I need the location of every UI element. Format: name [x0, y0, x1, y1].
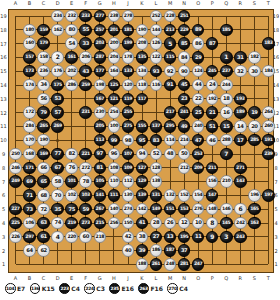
row-label-left: 10	[0, 137, 7, 143]
stone-G6: 141	[94, 189, 107, 202]
row-label-right: 19	[273, 13, 280, 19]
column-label-bottom: Q	[222, 275, 230, 281]
stone-N11: 49	[178, 120, 191, 133]
stone-C2: 62	[37, 244, 50, 257]
stone-R10: 17	[234, 134, 247, 147]
stone-Q12: 16	[220, 106, 233, 119]
stone-A4: 225	[9, 217, 22, 230]
stone-C18: 159	[37, 24, 50, 37]
caption-move-coordinate: E7	[17, 285, 25, 292]
row-label-left: 16	[0, 54, 7, 60]
stone-N6: 152	[178, 189, 191, 202]
stone-F3: 60	[79, 231, 92, 244]
stone-J7: 112	[122, 175, 135, 188]
caption-move-coordinate: E16	[121, 285, 133, 292]
stone-M11: 295	[164, 120, 177, 133]
stone-S15: 30	[248, 65, 261, 78]
stone-L1: 261	[150, 258, 163, 271]
stone-R13: 193	[234, 93, 247, 106]
column-label-top: C	[40, 0, 48, 6]
stone-G18: 257	[94, 24, 107, 37]
stone-A7: 249	[9, 175, 22, 188]
stone-A9: 250	[9, 148, 22, 161]
stone-B14: 174	[23, 79, 36, 92]
column-label-top: R	[236, 0, 244, 6]
stone-K1: 188	[136, 258, 149, 271]
stone-L2: 186	[150, 244, 163, 257]
caption-move-coordinate: C4	[179, 285, 188, 292]
stone-B8: 171	[23, 162, 36, 175]
caption-move: 136K15	[30, 283, 58, 294]
stone-H11: 100	[108, 120, 121, 133]
stone-G3: 218	[94, 231, 107, 244]
stone-M12: 217	[164, 106, 177, 119]
stone-S11: 20	[248, 120, 261, 133]
stone-C9: 169	[37, 148, 50, 161]
stone-G8: 81	[94, 162, 107, 175]
stone-Q18: 185	[220, 24, 233, 37]
stone-J6: 130	[122, 189, 135, 202]
stone-O6: 154	[192, 189, 205, 202]
row-label-left: 4	[0, 220, 7, 226]
column-label-top: B	[26, 0, 34, 6]
row-label-right: 3	[273, 234, 280, 240]
stone-Q16: 1	[220, 51, 233, 64]
stone-T17: 183	[262, 37, 275, 50]
stone-D6: 70	[51, 189, 64, 202]
stone-S4: 163	[248, 217, 261, 230]
stone-Q14: 244	[220, 79, 233, 92]
column-label-bottom: L	[152, 275, 160, 281]
row-label-left: 1	[0, 261, 7, 267]
stone-Q4: 145	[220, 217, 233, 230]
stone-D8: 67	[51, 162, 64, 175]
caption-move-number: 270	[167, 283, 178, 294]
column-label-top: J	[124, 0, 132, 6]
stone-C7: 65	[37, 175, 50, 188]
stone-H18: 201	[108, 24, 121, 37]
stone-H13: 121	[108, 93, 121, 106]
stone-Q3: 3	[220, 231, 233, 244]
stone-B2: 64	[23, 244, 36, 257]
row-label-right: 16	[273, 54, 280, 60]
stone-R7: 143	[234, 175, 247, 188]
stone-C17: 179	[37, 37, 50, 50]
stone-G16: 287	[94, 51, 107, 64]
stone-R8: 271	[234, 162, 247, 175]
stone-B17: 160	[23, 37, 36, 50]
stone-N1: 281	[178, 258, 191, 271]
stone-S16: 182	[248, 51, 261, 64]
stone-D18: 162	[51, 24, 64, 37]
column-label-top: K	[138, 0, 146, 6]
column-label-bottom: N	[180, 275, 188, 281]
column-label-top: M	[166, 0, 174, 6]
column-label-top: L	[152, 0, 160, 6]
stone-F17: 33	[79, 37, 92, 50]
column-label-top: O	[194, 0, 202, 6]
row-label-left: 15	[0, 68, 7, 74]
stone-T10: 191	[262, 134, 275, 147]
column-label-bottom: M	[166, 275, 174, 281]
stone-M16: 115	[164, 51, 177, 64]
stone-K17: 208	[136, 37, 149, 50]
stone-R12: 189	[234, 106, 247, 119]
caption-move-coordinate: C3	[96, 285, 105, 292]
row-label-left: 7	[0, 179, 7, 185]
stone-R5: 6	[234, 203, 247, 216]
column-label-bottom: E	[68, 275, 76, 281]
stone-H7: 110	[108, 175, 121, 188]
stone-F16: 206	[79, 51, 92, 64]
column-label-bottom: C	[40, 275, 48, 281]
row-label-left: 6	[0, 192, 7, 198]
caption-move-number: 104	[5, 283, 16, 294]
stone-H8: 108	[108, 162, 121, 175]
column-label-top: T	[264, 0, 272, 6]
row-label-left: 11	[0, 123, 7, 129]
stone-D16: 2	[51, 51, 64, 64]
row-label-right: 13	[273, 96, 280, 102]
stone-B9: 168	[23, 148, 36, 161]
caption-move: 263F16	[138, 283, 165, 294]
stone-G11: 205	[94, 120, 107, 133]
row-label-right: 18	[273, 27, 280, 33]
stone-S5: 165	[248, 203, 261, 216]
column-label-bottom: H	[110, 275, 118, 281]
caption-move-coordinate: F16	[150, 285, 162, 292]
stone-F7: 78	[79, 175, 92, 188]
stone-A8: 246	[9, 162, 22, 175]
stone-Q9: 7	[220, 148, 233, 161]
row-label-left: 9	[0, 151, 7, 157]
caption-move-coordinate: C4	[71, 285, 80, 292]
stone-D9: 77	[51, 148, 64, 161]
stone-S10: 285	[248, 134, 261, 147]
stone-F6: 103	[79, 189, 92, 202]
stone-L16: 122	[150, 51, 163, 64]
caption-move-number: 235	[109, 283, 120, 294]
column-label-bottom: S	[250, 275, 258, 281]
column-label-bottom: K	[138, 275, 146, 281]
stone-B4: 106	[23, 217, 36, 230]
stone-B12: 172	[23, 106, 36, 119]
row-label-left: 14	[0, 82, 7, 88]
stone-C4: 63	[37, 217, 50, 230]
caption: 104E7136K15223C4224C3235E16263F16270C4	[5, 283, 277, 294]
stone-G12: 230	[94, 106, 107, 119]
column-label-top: S	[250, 0, 258, 6]
stone-H16: 204	[108, 51, 121, 64]
stone-E17: 54	[65, 37, 78, 50]
stone-O16: 29	[192, 51, 205, 64]
stone-B7: 69	[23, 175, 36, 188]
stone-R3: 243	[234, 231, 247, 244]
stone-H17: 200	[108, 37, 121, 50]
stone-R4: 242	[234, 217, 247, 230]
stone-J2: 40	[122, 244, 135, 257]
stone-K16: 135	[136, 51, 149, 64]
column-label-top: N	[180, 0, 188, 6]
caption-move: 224C3	[84, 283, 107, 294]
column-label-top: G	[96, 0, 104, 6]
stone-G13: 167	[94, 93, 107, 106]
stone-S12: 19	[248, 106, 261, 119]
stone-L6: 131	[150, 189, 163, 202]
stone-C12: 79	[37, 106, 50, 119]
stone-D11: 269	[51, 120, 64, 133]
stone-P6: 147	[206, 189, 219, 202]
caption-move: 223C4	[59, 283, 82, 294]
stone-L11: 137	[150, 120, 163, 133]
column-label-bottom: P	[208, 275, 216, 281]
stone-R15: 32	[234, 65, 247, 78]
stone-D12: 57	[51, 106, 64, 119]
row-label-left: 17	[0, 41, 7, 47]
stone-L7: 138	[150, 175, 163, 188]
row-label-left: 2	[0, 248, 7, 254]
column-label-top: H	[110, 0, 118, 6]
stone-T6: 197	[262, 189, 275, 202]
stone-J11: 275	[122, 120, 135, 133]
stone-R11: 14	[234, 120, 247, 133]
row-label-right: 4	[273, 220, 280, 226]
stone-C13: 56	[37, 93, 50, 106]
stone-D7: 58	[51, 175, 64, 188]
row-label-left: 19	[0, 13, 7, 19]
row-label-left: 18	[0, 27, 7, 33]
caption-move-number: 136	[30, 283, 41, 294]
column-label-bottom: F	[82, 275, 90, 281]
column-label-bottom: G	[96, 275, 104, 281]
column-label-bottom: B	[26, 275, 34, 281]
column-label-bottom: R	[236, 275, 244, 281]
stone-B16: 157	[23, 51, 36, 64]
row-label-right: 1	[273, 261, 280, 267]
stone-D19: 234	[51, 10, 64, 23]
stone-C6: 68	[37, 189, 50, 202]
stone-M1: 248	[164, 258, 177, 271]
stone-K2: 39	[136, 244, 149, 257]
stone-O1: 247	[192, 258, 205, 271]
row-label-right: 8	[273, 165, 280, 171]
row-label-left: 5	[0, 206, 7, 212]
column-label-bottom: A	[12, 275, 20, 281]
row-label-right: 5	[273, 206, 280, 212]
row-label-right: 2	[273, 248, 280, 254]
stone-G7: 105	[94, 175, 107, 188]
stone-K11: 155	[136, 120, 149, 133]
stone-T9: 239	[262, 148, 275, 161]
stone-C3: 61	[37, 231, 50, 244]
stone-O11: 240	[192, 120, 205, 133]
star-point	[56, 139, 59, 142]
caption-move: 270C4	[167, 283, 190, 294]
stone-J17: 199	[122, 37, 135, 50]
row-label-right: 14	[273, 82, 280, 88]
stone-J16: 178	[122, 51, 135, 64]
stone-M2: 187	[164, 244, 177, 257]
stone-F8: 272	[79, 162, 92, 175]
column-label-top: A	[12, 0, 20, 6]
stone-B18: 180	[23, 24, 36, 37]
stone-D14: 175	[51, 79, 64, 92]
stone-D13: 53	[51, 93, 64, 106]
stone-Q10: 288	[220, 134, 233, 147]
stone-F18: 55	[79, 24, 92, 37]
stone-F12: 231	[79, 106, 92, 119]
stone-K7: 129	[136, 175, 149, 188]
row-label-left: 8	[0, 165, 7, 171]
stone-S6: 196	[248, 189, 261, 202]
stone-B11: 284	[23, 120, 36, 133]
stone-Q5: 146	[220, 203, 233, 216]
stone-R16: 31	[234, 51, 247, 64]
caption-move-coordinate: K15	[42, 285, 55, 292]
column-label-top: D	[54, 0, 62, 6]
stone-D3: 4	[51, 231, 64, 244]
stone-Q15: 237	[220, 65, 233, 78]
stone-Q13: 18	[220, 93, 233, 106]
stone-T11: 260	[262, 120, 275, 133]
stone-E8: 76	[65, 162, 78, 175]
column-label-top: P	[208, 0, 216, 6]
stone-B6: 71	[23, 189, 36, 202]
stone-J12: 255	[122, 106, 135, 119]
stone-P11: 51	[206, 120, 219, 133]
go-diagram-page: AABBCCDDEEFFGGHHJJKKLLMMNNOOPPQQRRSSTT19…	[0, 0, 279, 300]
stone-A3: 226	[9, 231, 22, 244]
stone-M17: 5	[164, 37, 177, 50]
row-label-left: 12	[0, 110, 7, 116]
stone-M6: 132	[164, 189, 177, 202]
stone-C11: 265	[37, 120, 50, 133]
stone-E16: 161	[65, 51, 78, 64]
stone-T12: 264	[262, 106, 275, 119]
column-label-top: E	[68, 0, 76, 6]
caption-move-number: 263	[138, 283, 149, 294]
stone-D4: 74	[51, 217, 64, 230]
stone-T15: 184	[262, 65, 275, 78]
stone-C14: 34	[37, 79, 50, 92]
caption-move-number: 224	[84, 283, 95, 294]
stone-Q11: 15	[220, 120, 233, 133]
caption-move: 235E16	[109, 283, 136, 294]
row-label-right: 7	[273, 179, 280, 185]
row-label-left: 13	[0, 96, 7, 102]
row-label-left: 3	[0, 234, 7, 240]
stone-E7: 101	[65, 175, 78, 188]
stone-G17: 203	[94, 37, 107, 50]
stone-H12: 254	[108, 106, 121, 119]
stone-B3: 297	[23, 231, 36, 244]
column-label-top: F	[82, 0, 90, 6]
column-label-bottom: O	[194, 275, 202, 281]
stone-C16: 158	[37, 51, 50, 64]
stone-Q7: 210	[220, 175, 233, 188]
stone-K6: 139	[136, 189, 149, 202]
stone-E6: 102	[65, 189, 78, 202]
stone-E3: 220	[65, 231, 78, 244]
column-label-bottom: D	[54, 275, 62, 281]
stone-E18: 80	[65, 24, 78, 37]
caption-move-number: 223	[59, 283, 70, 294]
column-label-bottom: T	[264, 275, 272, 281]
caption-move: 104E7	[5, 283, 28, 294]
stone-C8: 66	[37, 162, 50, 175]
column-label-top: Q	[222, 0, 230, 6]
stone-N16: 84	[178, 51, 191, 64]
stone-L17: 126	[150, 37, 163, 50]
column-label-bottom: J	[124, 275, 132, 281]
stone-H6: 111	[108, 189, 121, 202]
